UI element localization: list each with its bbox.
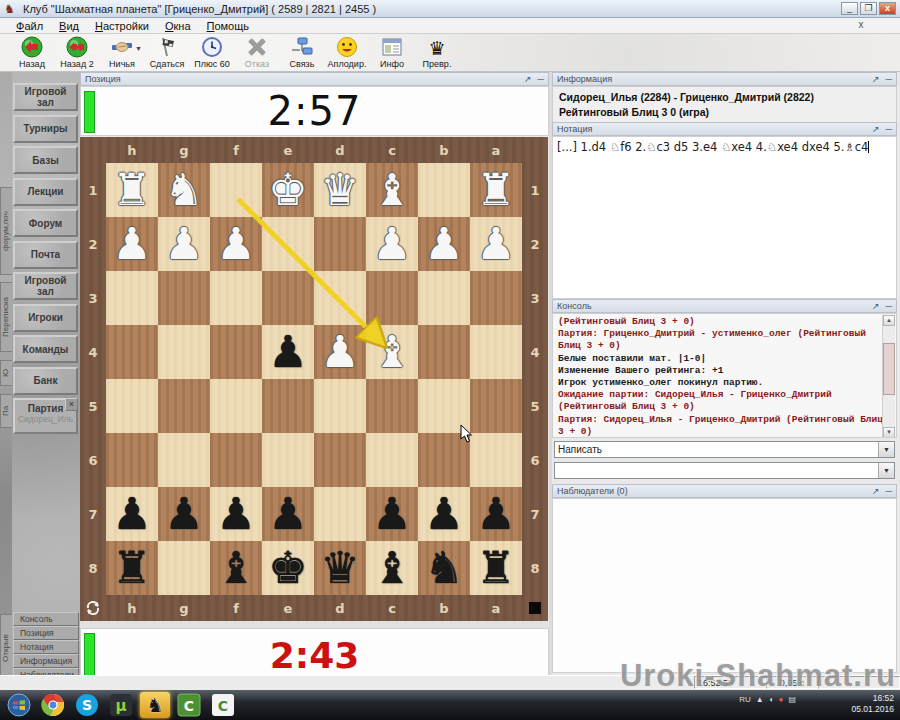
white-pawn: ♟ — [476, 218, 515, 270]
file-label-d: d — [314, 595, 366, 621]
draw-icon: ▼ — [110, 36, 134, 59]
black-pawn: ♟ — [424, 488, 463, 540]
back-label: Назад — [19, 59, 45, 69]
white-king: ♚ — [268, 164, 307, 216]
square-f5[interactable] — [210, 379, 262, 433]
console-panel-header: Консоль ↗ ─ — [552, 299, 897, 313]
chess-board: hgfedcba1♜♞♚♛♝♜12♟♟♟♟♟♟2334♟♟♝455667♟♟♟♟… — [80, 137, 548, 621]
black-pawn: ♟ — [268, 326, 307, 378]
rank-label-5: 5 — [522, 379, 548, 433]
black-rook: ♜ — [476, 542, 515, 594]
black-pawn: ♟ — [164, 488, 203, 540]
square-a5[interactable] — [470, 379, 522, 433]
square-d6[interactable] — [314, 433, 366, 487]
restore-button[interactable]: ❐ — [860, 2, 877, 15]
screen: { "window": { "title": "Клуб \"Шахматная… — [0, 0, 900, 720]
file-label-g: g — [158, 595, 210, 621]
rank-label-5: 5 — [80, 379, 106, 433]
menu-close-icon[interactable]: x — [854, 19, 868, 30]
panel-tab-3[interactable]: Нотация — [13, 640, 79, 654]
square-e3[interactable] — [262, 271, 314, 325]
opponent-clock: 2:57 — [80, 86, 549, 136]
file-label-f: f — [210, 595, 262, 621]
svg-text:µ: µ — [115, 697, 126, 715]
console-line: Ожидание партии: Сидорец_Илья - Гриценко… — [558, 389, 880, 401]
sidebar-item-5[interactable]: Форум — [13, 209, 78, 237]
white-bishop: ♝ — [372, 164, 411, 216]
file-label-e: e — [262, 595, 314, 621]
square-e2[interactable] — [262, 217, 314, 271]
square-e1[interactable]: ♚ — [262, 163, 314, 217]
console-line: Игрок устименко_олег покинул партию. — [558, 377, 880, 389]
white-pawn: ♟ — [372, 218, 411, 270]
console-line: (Рейтинговый Блиц 3 + 0) — [558, 316, 880, 328]
black-pawn: ♟ — [268, 488, 307, 540]
black-to-move-square — [529, 602, 541, 614]
taskbar-clock-date: 05.01.2016 — [851, 704, 894, 715]
panel-tab-1[interactable]: Консоль — [13, 612, 79, 626]
square-a7[interactable]: ♟ — [470, 487, 522, 541]
square-c6[interactable] — [366, 433, 418, 487]
file-label-g: g — [158, 137, 210, 163]
square-c1[interactable]: ♝ — [366, 163, 418, 217]
square-a1[interactable]: ♜ — [470, 163, 522, 217]
square-f6[interactable] — [210, 433, 262, 487]
chevron-down-icon[interactable]: ▼ — [135, 45, 142, 52]
c-white-app-icon[interactable]: C — [208, 692, 238, 718]
promote-button[interactable]: ♛Превр. — [415, 36, 459, 69]
file-label-e: e — [262, 137, 314, 163]
position-panel-title: Позиция — [85, 74, 518, 84]
black-knight: ♞ — [424, 542, 463, 594]
tray-expand-icon[interactable]: ▲ — [756, 695, 764, 704]
sidebar-item-8[interactable]: Игроки — [13, 304, 78, 332]
rank-label-6: 6 — [80, 433, 106, 487]
rank-label-6: 6 — [522, 433, 548, 487]
square-g1[interactable]: ♞ — [158, 163, 210, 217]
square-d5[interactable] — [314, 379, 366, 433]
minimize-button[interactable]: _ — [841, 2, 858, 15]
vertical-tab-1[interactable]: форум,поч — [0, 187, 12, 275]
vertical-tab-open-panels[interactable]: Открыв — [0, 614, 12, 682]
game-tab-close-icon[interactable]: × — [65, 398, 78, 411]
square-f4[interactable] — [210, 325, 262, 379]
rank-label-8: 8 — [80, 541, 106, 595]
tray-flag-icon[interactable]: ● — [779, 695, 784, 704]
square-e4[interactable]: ♟ — [262, 325, 314, 379]
write-combo-value[interactable]: Написать — [555, 442, 878, 457]
square-h4[interactable] — [106, 325, 158, 379]
file-label-b: b — [418, 137, 470, 163]
notation-panel-title: Нотация — [557, 124, 866, 134]
toolbar: НазадНазад 2▼НичьяСдатьсяПлюс 60ОтказСвя… — [0, 34, 900, 72]
text-caret — [868, 141, 869, 153]
taskbar-clock-time: 16:52 — [851, 693, 894, 704]
square-c8[interactable]: ♝ — [366, 541, 418, 595]
system-tray[interactable]: RU ▲ ◖ ● ▤ — [739, 695, 796, 704]
plus60-label: Плюс 60 — [194, 59, 229, 69]
collapse-icon[interactable]: ─ — [886, 486, 892, 496]
svg-text:C: C — [218, 698, 228, 714]
players-line: Сидорец_Илья (2284) - Гриценко_Дмитрий (… — [559, 90, 890, 105]
square-c3[interactable] — [366, 271, 418, 325]
sidebar-item-game[interactable]: Партия Сидорец_Иль × — [13, 398, 78, 434]
rank-label-1: 1 — [522, 163, 548, 217]
observers-panel-title: Наблюдатели (0) — [557, 486, 866, 496]
console-line: Белые поставили мат. |1-0| — [558, 353, 880, 365]
refuse-label: Отказ — [245, 59, 269, 69]
vertical-tab-3[interactable]: Ю — [0, 360, 12, 386]
opponent-time-bar — [84, 91, 95, 133]
info-label: Инфо — [380, 59, 404, 69]
vertical-tab-2[interactable]: Переписка — [0, 282, 12, 352]
rank-label-7: 7 — [522, 487, 548, 541]
sidebar-item-7[interactable]: Игровой зал — [13, 272, 78, 300]
square-e6[interactable] — [262, 433, 314, 487]
sidebar-item-6[interactable]: Почта — [13, 241, 78, 269]
square-f7[interactable]: ♟ — [210, 487, 262, 541]
rank-label-4: 4 — [522, 325, 548, 379]
scroll-down-icon[interactable]: ▼ — [883, 427, 895, 438]
square-e7[interactable]: ♟ — [262, 487, 314, 541]
opponent-clock-time: 2:57 — [81, 87, 548, 135]
square-h5[interactable] — [106, 379, 158, 433]
back2-icon — [65, 36, 89, 59]
square-b7[interactable]: ♟ — [418, 487, 470, 541]
console-panel: ▲ ▼ (Рейтинговый Блиц 3 + 0)Партия: Гриц… — [552, 313, 897, 438]
promote-label: Превр. — [423, 59, 452, 69]
square-c4[interactable]: ♝ — [366, 325, 418, 379]
collapse-icon[interactable]: ─ — [886, 74, 892, 84]
square-e8[interactable]: ♚ — [262, 541, 314, 595]
square-b8[interactable]: ♞ — [418, 541, 470, 595]
link-label: Связь — [290, 59, 315, 69]
menu-item-Файл[interactable]: Файл — [8, 19, 51, 33]
rank-label-2: 2 — [522, 217, 548, 271]
square-f2[interactable]: ♟ — [210, 217, 262, 271]
file-label-c: c — [366, 137, 418, 163]
white-rook: ♜ — [476, 164, 515, 216]
white-rook: ♜ — [112, 164, 151, 216]
file-label-c: c — [366, 595, 418, 621]
start-button[interactable] — [4, 692, 34, 718]
white-pawn: ♟ — [424, 218, 463, 270]
square-c7[interactable]: ♟ — [366, 487, 418, 541]
square-d8[interactable]: ♛ — [314, 541, 366, 595]
black-king: ♚ — [268, 542, 307, 594]
notation-panel-header: Нотация ↗ ─ — [552, 122, 897, 136]
square-g4[interactable] — [158, 325, 210, 379]
collapse-icon[interactable]: ─ — [886, 301, 892, 311]
tray-network-icon[interactable]: ▤ — [788, 695, 796, 704]
resign-label: Сдаться — [150, 59, 185, 69]
menu-item-Окна[interactable]: Окна — [157, 19, 199, 33]
svg-text:S: S — [82, 697, 92, 713]
white-knight: ♞ — [164, 164, 203, 216]
sidebar-item-4[interactable]: Лекции — [13, 178, 78, 206]
plus60-button[interactable]: Плюс 60 — [190, 36, 234, 69]
chevron-down-icon[interactable]: ▼ — [878, 463, 894, 478]
console-line: Партия: Гриценко_Дмитрий - устименко_оле… — [558, 328, 880, 340]
rank-label-3: 3 — [80, 271, 106, 325]
file-label-h: h — [106, 137, 158, 163]
scroll-up-icon[interactable]: ▲ — [883, 315, 895, 326]
back-icon — [20, 36, 44, 59]
collapse-icon[interactable]: ─ — [538, 74, 544, 84]
app-knight-icon: ♞ — [4, 2, 18, 16]
file-label-h: h — [106, 595, 158, 621]
square-h1[interactable]: ♜ — [106, 163, 158, 217]
move-list: [...] 1.d4 ♘f6 2.♘c3 d5 3.e4 ♘xe4 4.♘xe4… — [557, 140, 868, 154]
collapse-icon[interactable]: ─ — [886, 124, 892, 134]
square-h2[interactable]: ♟ — [106, 217, 158, 271]
square-a6[interactable] — [470, 433, 522, 487]
console-scrollbar[interactable]: ▲ ▼ — [882, 315, 895, 438]
watermark: Uroki-Shahmat.ru — [620, 658, 896, 694]
square-b6[interactable] — [418, 433, 470, 487]
sidebar-item-10[interactable]: Банк — [13, 367, 78, 395]
file-label-f: f — [210, 137, 262, 163]
back2-button[interactable]: Назад 2 — [55, 36, 99, 69]
white-pawn: ♟ — [164, 218, 203, 270]
resign-button[interactable]: Сдаться — [145, 36, 189, 69]
console-panel-title: Консоль — [557, 301, 866, 311]
svg-text:C: C — [184, 698, 194, 714]
resign-icon — [155, 36, 179, 59]
link-icon — [290, 36, 314, 59]
rank-label-1: 1 — [80, 163, 106, 217]
back-button[interactable]: Назад — [10, 36, 54, 69]
square-d2[interactable] — [314, 217, 366, 271]
white-queen: ♛ — [320, 164, 359, 216]
square-h7[interactable]: ♟ — [106, 487, 158, 541]
menu-bar: ФайлВидНастройкиОкнаПомощь x — [0, 18, 900, 34]
notation-panel[interactable]: [...] 1.d4 ♘f6 2.♘c3 d5 3.e4 ♘xe4 4.♘xe4… — [552, 136, 897, 299]
black-queen: ♛ — [320, 542, 359, 594]
square-h3[interactable] — [106, 271, 158, 325]
scroll-thumb[interactable] — [883, 343, 895, 395]
popout-icon[interactable]: ↗ — [872, 301, 880, 311]
square-c5[interactable] — [366, 379, 418, 433]
rank-label-7: 7 — [80, 487, 106, 541]
popout-icon[interactable]: ↗ — [524, 74, 532, 84]
square-g3[interactable] — [158, 271, 210, 325]
square-g6[interactable] — [158, 433, 210, 487]
square-e5[interactable] — [262, 379, 314, 433]
applaud-icon — [335, 36, 359, 59]
rank-label-3: 3 — [522, 271, 548, 325]
white-pawn: ♟ — [112, 218, 151, 270]
chess-planet-app-icon[interactable]: ♞ — [140, 692, 170, 718]
file-label-d: d — [314, 137, 366, 163]
applaud-button[interactable]: Аплодир. — [325, 36, 369, 69]
tray-language[interactable]: RU — [739, 695, 751, 704]
square-h8[interactable]: ♜ — [106, 541, 158, 595]
square-g7[interactable]: ♟ — [158, 487, 210, 541]
console-line: Изменение Вашего рейтинга: +1 — [558, 365, 880, 377]
skype-icon[interactable]: S — [72, 692, 102, 718]
refuse-icon — [245, 36, 269, 59]
square-c2[interactable]: ♟ — [366, 217, 418, 271]
console-line: (Рейтинговый Блиц 3 + 0) — [558, 401, 880, 413]
promote-icon: ♛ — [425, 36, 449, 59]
applaud-label: Аплодир. — [328, 59, 367, 69]
title-bar: ♞ Клуб "Шахматная планета" [Гриценко_Дми… — [0, 0, 900, 18]
square-d4[interactable]: ♟ — [314, 325, 366, 379]
square-a2[interactable]: ♟ — [470, 217, 522, 271]
menu-items: ФайлВидНастройкиОкнаПомощь — [8, 19, 257, 33]
popout-icon[interactable]: ↗ — [872, 486, 880, 496]
square-f3[interactable] — [210, 271, 262, 325]
position-panel-header: Позиция ↗ ─ — [80, 72, 549, 86]
rank-label-8: 8 — [522, 541, 548, 595]
sidebar-item-9[interactable]: Команды — [13, 335, 78, 363]
sidebar-item-3[interactable]: Базы — [13, 146, 78, 174]
refuse-button: Отказ — [235, 36, 279, 69]
black-rook: ♜ — [112, 542, 151, 594]
write-combo[interactable]: Написать ▼ — [554, 441, 895, 458]
square-h6[interactable] — [106, 433, 158, 487]
black-bishop: ♝ — [216, 542, 255, 594]
sidebar-item-2[interactable]: Турниры — [13, 115, 78, 143]
square-b5[interactable] — [418, 379, 470, 433]
square-g8[interactable] — [158, 541, 210, 595]
white-pawn: ♟ — [320, 326, 359, 378]
side-to-move-indicator — [522, 595, 548, 621]
player-time-bar — [84, 633, 95, 679]
divider — [80, 621, 549, 628]
info-panel: Сидорец_Илья (2284) - Гриценко_Дмитрий (… — [552, 86, 897, 123]
square-a8[interactable]: ♜ — [470, 541, 522, 595]
white-pawn: ♟ — [216, 218, 255, 270]
console-line: Блиц 3 + 0) — [558, 340, 880, 352]
c-green-app-icon[interactable]: C — [174, 692, 204, 718]
draw-label: Ничья — [109, 59, 135, 69]
flip-board-button[interactable] — [80, 595, 106, 621]
file-label-a: a — [470, 595, 522, 621]
console-line: Партия: Сидорец_Илья - Гриценко_Дмитрий … — [558, 414, 880, 426]
window-title: Клуб "Шахматная планета" [Гриценко_Дмитр… — [23, 3, 376, 15]
rank-label-2: 2 — [80, 217, 106, 271]
file-label-a: a — [470, 137, 522, 163]
popout-icon[interactable]: ↗ — [872, 124, 880, 134]
info-panel-header: Информация ↗ ─ — [552, 72, 897, 86]
plus60-icon — [200, 36, 224, 59]
observers-panel — [552, 498, 897, 673]
message-combo-value[interactable] — [555, 463, 878, 478]
square-b1[interactable] — [418, 163, 470, 217]
square-f8[interactable]: ♝ — [210, 541, 262, 595]
panel-tab-2[interactable]: Позиция — [13, 626, 79, 640]
board-corner — [522, 137, 548, 163]
black-pawn: ♟ — [112, 488, 151, 540]
message-combo[interactable]: ▼ — [554, 462, 895, 479]
sidebar-item-1[interactable]: Игровой зал — [13, 83, 78, 111]
console-line: 3 + 0) — [558, 426, 880, 438]
menu-item-Вид[interactable]: Вид — [51, 19, 87, 33]
close-button[interactable]: x — [879, 2, 896, 15]
observers-panel-header: Наблюдатели (0) ↗ ─ — [552, 484, 897, 498]
tray-volume-icon[interactable]: ◖ — [769, 695, 774, 704]
black-pawn: ♟ — [216, 488, 255, 540]
black-pawn: ♟ — [372, 488, 411, 540]
rank-label-4: 4 — [80, 325, 106, 379]
square-d3[interactable] — [314, 271, 366, 325]
chevron-down-icon[interactable]: ▼ — [878, 442, 894, 457]
utorrent-icon[interactable]: µ — [106, 692, 136, 718]
info-icon — [380, 36, 404, 59]
sidebar: Партия Сидорец_Иль × Игровой залТурнирыБ… — [12, 72, 80, 690]
draw-button[interactable]: ▼Ничья — [100, 36, 144, 69]
black-bishop: ♝ — [372, 542, 411, 594]
board-corner — [80, 137, 106, 163]
popout-icon[interactable]: ↗ — [872, 74, 880, 84]
left-tab-strip: форум,почПерепискаЮПаОткрыв — [0, 72, 12, 690]
square-b3[interactable] — [418, 271, 470, 325]
white-bishop: ♝ — [372, 326, 411, 378]
square-a4[interactable] — [470, 325, 522, 379]
taskbar-clock[interactable]: 16:52 05.01.2016 — [851, 693, 894, 715]
info-button[interactable]: Инфо — [370, 36, 414, 69]
game-tab-subtitle: Сидорец_Иль — [15, 414, 76, 424]
file-label-b: b — [418, 595, 470, 621]
square-d7[interactable] — [314, 487, 366, 541]
black-pawn: ♟ — [476, 488, 515, 540]
square-f1[interactable] — [210, 163, 262, 217]
vertical-tab-4[interactable]: Па — [0, 394, 12, 428]
chrome-icon[interactable] — [38, 692, 68, 718]
square-b2[interactable]: ♟ — [418, 217, 470, 271]
square-d1[interactable]: ♛ — [314, 163, 366, 217]
back2-label: Назад 2 — [60, 59, 93, 69]
menu-item-Помощь[interactable]: Помощь — [199, 19, 258, 33]
square-g2[interactable]: ♟ — [158, 217, 210, 271]
menu-item-Настройки[interactable]: Настройки — [87, 19, 157, 33]
link-button[interactable]: Связь — [280, 36, 324, 69]
event-line: Рейтинговый Блиц 3 0 (игра) — [559, 105, 890, 120]
square-g5[interactable] — [158, 379, 210, 433]
info-panel-title: Информация — [557, 74, 866, 84]
square-b4[interactable] — [418, 325, 470, 379]
square-a3[interactable] — [470, 271, 522, 325]
flip-icon — [84, 599, 102, 617]
panel-tab-4[interactable]: Информация — [13, 654, 79, 668]
